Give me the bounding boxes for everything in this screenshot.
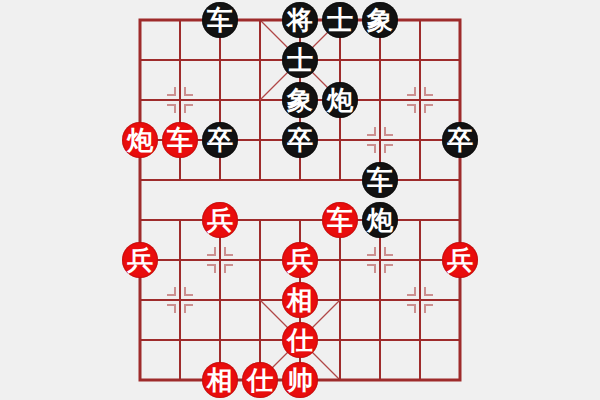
red-chariot-1[interactable]: 车 xyxy=(162,122,198,158)
black-soldier-1[interactable]: 卒 xyxy=(202,122,238,158)
red-elephant-2[interactable]: 相 xyxy=(202,362,238,398)
black-elephant-1[interactable]: 象 xyxy=(362,2,398,38)
xiangqi-board: 车将士象士象炮炮车卒卒卒车兵车炮兵兵兵相仕相仕帅 xyxy=(0,0,600,400)
black-chariot-2[interactable]: 车 xyxy=(362,162,398,198)
red-soldier-2[interactable]: 兵 xyxy=(122,242,158,278)
red-chariot-2[interactable]: 车 xyxy=(322,202,358,238)
red-soldier-1[interactable]: 兵 xyxy=(202,202,238,238)
red-general[interactable]: 帅 xyxy=(282,362,318,398)
black-general[interactable]: 将 xyxy=(282,2,318,38)
black-cannon-1[interactable]: 炮 xyxy=(322,82,358,118)
red-advisor-2[interactable]: 仕 xyxy=(242,362,278,398)
black-cannon-2[interactable]: 炮 xyxy=(362,202,398,238)
red-cannon[interactable]: 炮 xyxy=(122,122,158,158)
red-elephant-1[interactable]: 相 xyxy=(282,282,318,318)
red-soldier-3[interactable]: 兵 xyxy=(282,242,318,278)
black-advisor-1[interactable]: 士 xyxy=(322,2,358,38)
black-soldier-2[interactable]: 卒 xyxy=(282,122,318,158)
black-elephant-2[interactable]: 象 xyxy=(282,82,318,118)
red-advisor-1[interactable]: 仕 xyxy=(282,322,318,358)
black-chariot-1[interactable]: 车 xyxy=(202,2,238,38)
piece-layer: 车将士象士象炮炮车卒卒卒车兵车炮兵兵兵相仕相仕帅 xyxy=(120,0,480,400)
red-soldier-4[interactable]: 兵 xyxy=(442,242,478,278)
black-advisor-2[interactable]: 士 xyxy=(282,42,318,78)
black-soldier-3[interactable]: 卒 xyxy=(442,122,478,158)
